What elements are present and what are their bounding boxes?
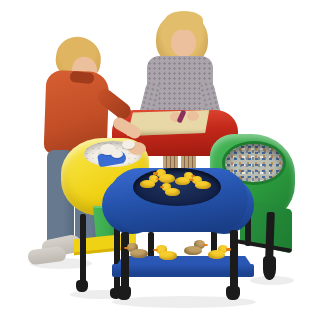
scene xyxy=(0,0,327,327)
rubber-duck xyxy=(184,240,204,255)
duck-body xyxy=(140,180,155,188)
duck-beak xyxy=(226,248,231,251)
girl-hand xyxy=(187,111,199,121)
blue-table-foot xyxy=(226,286,240,300)
green-table-foot xyxy=(263,256,276,280)
duck-body xyxy=(208,250,225,259)
girl-face xyxy=(171,29,196,57)
girl-hair-fringe xyxy=(165,11,203,30)
duck-body xyxy=(130,249,148,258)
blue-table-leg xyxy=(121,232,129,288)
blue-table-leg xyxy=(230,230,238,288)
rubber-duck xyxy=(128,243,148,258)
duck-beak xyxy=(153,249,158,252)
blue-table-leg xyxy=(148,232,154,260)
rubber-duck xyxy=(163,183,180,196)
duck-body xyxy=(184,246,202,255)
boy-shirt-collar xyxy=(69,71,94,84)
duck-body xyxy=(165,188,180,196)
duck-body xyxy=(159,251,177,260)
yellow-table-leg xyxy=(80,214,86,284)
rubber-duck xyxy=(208,245,227,259)
yellow-table-foot xyxy=(76,280,88,292)
green-table-leg xyxy=(265,212,275,260)
rubber-duck xyxy=(140,175,157,188)
rubber-duck xyxy=(157,169,175,183)
duck-body xyxy=(195,181,211,189)
blue-table-foot xyxy=(117,286,131,300)
rubber-duck xyxy=(193,176,211,189)
duck-beak xyxy=(124,247,129,250)
duck-beak xyxy=(153,172,157,175)
rubber-duck xyxy=(157,245,177,260)
duck-body xyxy=(159,174,175,183)
foam-suds xyxy=(122,140,135,149)
foam-suds xyxy=(111,150,123,158)
